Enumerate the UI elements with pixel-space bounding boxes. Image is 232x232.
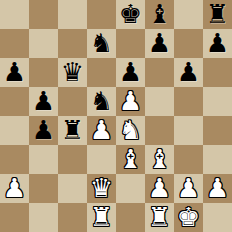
square-e5[interactable]: ♟ <box>116 87 145 116</box>
square-h4[interactable] <box>203 116 232 145</box>
piece-black-knight: ♞ <box>90 29 113 58</box>
square-h8[interactable]: ♜ <box>203 0 232 29</box>
square-d7[interactable]: ♞ <box>87 29 116 58</box>
square-a5[interactable] <box>0 87 29 116</box>
square-b3[interactable] <box>29 145 58 174</box>
square-g8[interactable] <box>174 0 203 29</box>
piece-white-knight: ♞ <box>119 116 142 145</box>
square-g1[interactable]: ♚ <box>174 203 203 232</box>
square-d6[interactable] <box>87 58 116 87</box>
square-g2[interactable]: ♟ <box>174 174 203 203</box>
square-d8[interactable] <box>87 0 116 29</box>
square-c3[interactable] <box>58 145 87 174</box>
piece-white-pawn: ♟ <box>206 174 229 203</box>
piece-black-pawn: ♟ <box>32 87 55 116</box>
piece-black-pawn: ♟ <box>148 29 171 58</box>
piece-black-rook: ♜ <box>206 0 229 29</box>
square-f6[interactable] <box>145 58 174 87</box>
piece-black-pawn: ♟ <box>3 58 26 87</box>
square-b2[interactable] <box>29 174 58 203</box>
square-e1[interactable] <box>116 203 145 232</box>
square-g3[interactable] <box>174 145 203 174</box>
square-g5[interactable] <box>174 87 203 116</box>
square-c5[interactable] <box>58 87 87 116</box>
square-h7[interactable]: ♟ <box>203 29 232 58</box>
square-d2[interactable]: ♛ <box>87 174 116 203</box>
square-c2[interactable] <box>58 174 87 203</box>
piece-white-king: ♚ <box>177 203 200 232</box>
square-e2[interactable] <box>116 174 145 203</box>
square-b6[interactable] <box>29 58 58 87</box>
square-c4[interactable]: ♜ <box>58 116 87 145</box>
square-g4[interactable] <box>174 116 203 145</box>
square-e8[interactable]: ♚ <box>116 0 145 29</box>
piece-black-queen: ♛ <box>61 58 84 87</box>
square-f5[interactable] <box>145 87 174 116</box>
piece-white-pawn: ♟ <box>148 174 171 203</box>
square-a4[interactable] <box>0 116 29 145</box>
piece-black-pawn: ♟ <box>206 29 229 58</box>
square-a2[interactable]: ♟ <box>0 174 29 203</box>
square-f2[interactable]: ♟ <box>145 174 174 203</box>
square-e7[interactable] <box>116 29 145 58</box>
square-b4[interactable]: ♟ <box>29 116 58 145</box>
square-a8[interactable] <box>0 0 29 29</box>
square-f8[interactable]: ♝ <box>145 0 174 29</box>
square-b1[interactable] <box>29 203 58 232</box>
piece-white-pawn: ♟ <box>119 87 142 116</box>
piece-black-bishop: ♝ <box>148 0 171 29</box>
piece-black-knight: ♞ <box>90 87 113 116</box>
square-h5[interactable] <box>203 87 232 116</box>
square-a7[interactable] <box>0 29 29 58</box>
square-c7[interactable] <box>58 29 87 58</box>
square-f1[interactable]: ♜ <box>145 203 174 232</box>
square-e4[interactable]: ♞ <box>116 116 145 145</box>
square-d3[interactable] <box>87 145 116 174</box>
square-a6[interactable]: ♟ <box>0 58 29 87</box>
square-e3[interactable]: ♝ <box>116 145 145 174</box>
piece-white-bishop: ♝ <box>148 145 171 174</box>
square-f7[interactable]: ♟ <box>145 29 174 58</box>
square-a1[interactable] <box>0 203 29 232</box>
piece-black-pawn: ♟ <box>32 116 55 145</box>
square-e6[interactable]: ♟ <box>116 58 145 87</box>
square-c8[interactable] <box>58 0 87 29</box>
piece-white-bishop: ♝ <box>119 145 142 174</box>
square-f4[interactable] <box>145 116 174 145</box>
piece-black-pawn: ♟ <box>177 58 200 87</box>
piece-white-pawn: ♟ <box>177 174 200 203</box>
square-f3[interactable]: ♝ <box>145 145 174 174</box>
chess-board: ♚♝♜♞♟♟♟♛♟♟♟♞♟♟♜♟♞♝♝♟♛♟♟♟♜♜♚ <box>0 0 232 232</box>
square-g6[interactable]: ♟ <box>174 58 203 87</box>
piece-white-queen: ♛ <box>90 174 113 203</box>
square-c6[interactable]: ♛ <box>58 58 87 87</box>
piece-white-pawn: ♟ <box>90 116 113 145</box>
square-g7[interactable] <box>174 29 203 58</box>
square-h3[interactable] <box>203 145 232 174</box>
square-d1[interactable]: ♜ <box>87 203 116 232</box>
piece-black-rook: ♜ <box>61 116 84 145</box>
square-b8[interactable] <box>29 0 58 29</box>
piece-black-pawn: ♟ <box>119 58 142 87</box>
square-d4[interactable]: ♟ <box>87 116 116 145</box>
piece-black-king: ♚ <box>119 0 142 29</box>
square-h6[interactable] <box>203 58 232 87</box>
square-c1[interactable] <box>58 203 87 232</box>
piece-white-pawn: ♟ <box>3 174 26 203</box>
square-d5[interactable]: ♞ <box>87 87 116 116</box>
square-b5[interactable]: ♟ <box>29 87 58 116</box>
square-h1[interactable] <box>203 203 232 232</box>
square-b7[interactable] <box>29 29 58 58</box>
square-a3[interactable] <box>0 145 29 174</box>
square-h2[interactable]: ♟ <box>203 174 232 203</box>
piece-white-rook: ♜ <box>148 203 171 232</box>
piece-white-rook: ♜ <box>90 203 113 232</box>
